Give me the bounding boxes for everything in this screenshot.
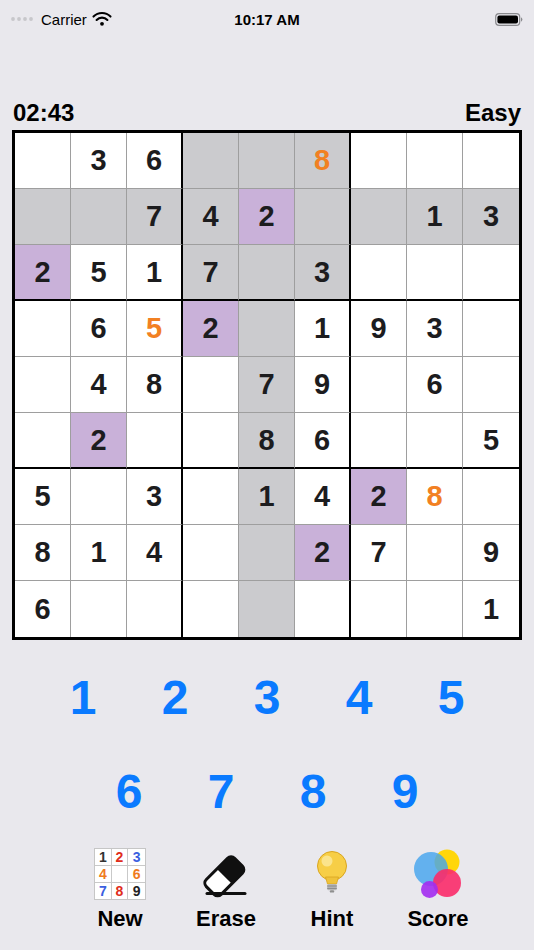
cell-r6c6[interactable]: 6 xyxy=(295,413,351,469)
cell-r4c5[interactable] xyxy=(239,301,295,357)
cell-r2c1[interactable] xyxy=(15,189,71,245)
cell-r5c8[interactable]: 6 xyxy=(407,357,463,413)
cell-r1c5[interactable] xyxy=(239,133,295,189)
cell-r5c4[interactable] xyxy=(183,357,239,413)
cell-r4c7[interactable]: 9 xyxy=(351,301,407,357)
battery-icon xyxy=(495,13,524,26)
erase-button-label: Erase xyxy=(196,906,256,932)
cell-r3c1[interactable]: 2 xyxy=(15,245,71,301)
cell-r3c5[interactable] xyxy=(239,245,295,301)
mini-grid-digit-9: 9 xyxy=(128,883,145,899)
cell-r9c3[interactable] xyxy=(127,581,183,637)
cell-r6c1[interactable] xyxy=(15,413,71,469)
cell-r2c5[interactable]: 2 xyxy=(239,189,295,245)
mini-grid-digit-8: 8 xyxy=(112,883,129,899)
mini-grid-digit-4: 4 xyxy=(95,866,112,883)
cell-r8c1[interactable]: 8 xyxy=(15,525,71,581)
cell-r5c9[interactable] xyxy=(463,357,519,413)
mini-grid-digit-1: 1 xyxy=(95,849,112,866)
numpad-key-5[interactable]: 5 xyxy=(436,672,466,724)
cell-r3c3[interactable]: 1 xyxy=(127,245,183,301)
cell-r8c9[interactable]: 9 xyxy=(463,525,519,581)
cell-r7c5[interactable]: 1 xyxy=(239,469,295,525)
cell-r8c2[interactable]: 1 xyxy=(71,525,127,581)
cell-r4c2[interactable]: 6 xyxy=(71,301,127,357)
cell-r4c8[interactable]: 3 xyxy=(407,301,463,357)
numpad: 1 2 3 4 5 6 7 8 9 xyxy=(0,672,534,818)
cell-r9c4[interactable] xyxy=(183,581,239,637)
clock: 10:17 AM xyxy=(234,11,299,28)
cell-r1c9[interactable] xyxy=(463,133,519,189)
signal-dots-icon xyxy=(10,14,36,24)
difficulty-label: Easy xyxy=(465,99,521,127)
eraser-icon xyxy=(198,846,254,902)
cell-r8c4[interactable] xyxy=(183,525,239,581)
cell-r5c1[interactable] xyxy=(15,357,71,413)
carrier-label: Carrier xyxy=(41,11,87,28)
cell-r5c5[interactable]: 7 xyxy=(239,357,295,413)
sudoku-board: 3687421325173652193487962865531428814279… xyxy=(12,130,522,640)
wifi-icon xyxy=(92,12,112,27)
cell-r9c9[interactable]: 1 xyxy=(463,581,519,637)
cell-r1c1[interactable] xyxy=(15,133,71,189)
cell-r7c2[interactable] xyxy=(71,469,127,525)
cell-r9c8[interactable] xyxy=(407,581,463,637)
mini-grid-digit-6: 6 xyxy=(128,866,145,883)
cell-r7c1[interactable]: 5 xyxy=(15,469,71,525)
cell-r2c6[interactable] xyxy=(295,189,351,245)
game-center-icon xyxy=(410,846,466,902)
cell-r2c9[interactable]: 3 xyxy=(463,189,519,245)
cell-r2c8[interactable]: 1 xyxy=(407,189,463,245)
new-button[interactable]: 12346789 New xyxy=(84,846,156,932)
cell-r5c7[interactable] xyxy=(351,357,407,413)
cell-r2c3[interactable]: 7 xyxy=(127,189,183,245)
cell-r7c4[interactable] xyxy=(183,469,239,525)
cell-r6c4[interactable] xyxy=(183,413,239,469)
cell-r9c7[interactable] xyxy=(351,581,407,637)
mini-grid-digit-3: 3 xyxy=(128,849,145,866)
cell-r6c7[interactable] xyxy=(351,413,407,469)
cell-r6c3[interactable] xyxy=(127,413,183,469)
cell-r1c4[interactable] xyxy=(183,133,239,189)
cell-r9c6[interactable] xyxy=(295,581,351,637)
numpad-key-9[interactable]: 9 xyxy=(390,766,420,818)
cell-r8c6[interactable]: 2 xyxy=(295,525,351,581)
mini-grid-digit-7: 7 xyxy=(95,883,112,899)
cell-r8c3[interactable]: 4 xyxy=(127,525,183,581)
numpad-row-2: 6 7 8 9 xyxy=(0,766,534,818)
cell-r3c6[interactable]: 3 xyxy=(295,245,351,301)
cell-r1c6[interactable]: 8 xyxy=(295,133,351,189)
numpad-key-2[interactable]: 2 xyxy=(160,672,190,724)
cell-r2c7[interactable] xyxy=(351,189,407,245)
mini-grid-digit-5 xyxy=(112,866,129,883)
cell-r7c6[interactable]: 4 xyxy=(295,469,351,525)
cell-r8c5[interactable] xyxy=(239,525,295,581)
status-bar: Carrier 10:17 AM xyxy=(0,0,534,34)
cell-r5c2[interactable]: 4 xyxy=(71,357,127,413)
numpad-key-7[interactable]: 7 xyxy=(206,766,236,818)
cell-r4c4[interactable]: 2 xyxy=(183,301,239,357)
cell-r2c2[interactable] xyxy=(71,189,127,245)
cell-r7c3[interactable]: 3 xyxy=(127,469,183,525)
score-button-label: Score xyxy=(407,906,468,932)
cell-r1c3[interactable]: 6 xyxy=(127,133,183,189)
cell-r2c4[interactable]: 4 xyxy=(183,189,239,245)
cell-r4c1[interactable] xyxy=(15,301,71,357)
cell-r1c7[interactable] xyxy=(351,133,407,189)
cell-r5c3[interactable]: 8 xyxy=(127,357,183,413)
cell-r6c5[interactable]: 8 xyxy=(239,413,295,469)
erase-button[interactable]: Erase xyxy=(190,846,262,932)
cell-r3c4[interactable]: 7 xyxy=(183,245,239,301)
game-header: 02:43 Easy xyxy=(13,99,521,127)
numpad-key-8[interactable]: 8 xyxy=(298,766,328,818)
cell-r3c7[interactable] xyxy=(351,245,407,301)
cell-r3c8[interactable] xyxy=(407,245,463,301)
lightbulb-icon xyxy=(304,846,360,902)
cell-r3c2[interactable]: 5 xyxy=(71,245,127,301)
numpad-key-3[interactable]: 3 xyxy=(252,672,282,724)
toolbar: 12346789 New Erase xyxy=(0,846,534,932)
numpad-key-1[interactable]: 1 xyxy=(68,672,98,724)
cell-r4c9[interactable] xyxy=(463,301,519,357)
cell-r7c7[interactable]: 2 xyxy=(351,469,407,525)
mini-grid-digit-2: 2 xyxy=(112,849,129,866)
cell-r3c9[interactable] xyxy=(463,245,519,301)
cell-r8c8[interactable] xyxy=(407,525,463,581)
new-button-label: New xyxy=(97,906,142,932)
cell-r9c2[interactable] xyxy=(71,581,127,637)
cell-r9c5[interactable] xyxy=(239,581,295,637)
cell-r5c6[interactable]: 9 xyxy=(295,357,351,413)
numpad-key-4[interactable]: 4 xyxy=(344,672,374,724)
numpad-key-6[interactable]: 6 xyxy=(114,766,144,818)
cell-r9c1[interactable]: 6 xyxy=(15,581,71,637)
cell-r4c6[interactable]: 1 xyxy=(295,301,351,357)
cell-r1c2[interactable]: 3 xyxy=(71,133,127,189)
numpad-row-1: 1 2 3 4 5 xyxy=(0,672,534,724)
cell-r7c9[interactable] xyxy=(463,469,519,525)
cell-r6c9[interactable]: 5 xyxy=(463,413,519,469)
cell-r4c3[interactable]: 5 xyxy=(127,301,183,357)
hint-button[interactable]: Hint xyxy=(296,846,368,932)
hint-button-label: Hint xyxy=(311,906,354,932)
cell-r6c8[interactable] xyxy=(407,413,463,469)
timer-label: 02:43 xyxy=(13,99,74,127)
score-button[interactable]: Score xyxy=(402,846,474,932)
cell-r6c2[interactable]: 2 xyxy=(71,413,127,469)
cell-r8c7[interactable]: 7 xyxy=(351,525,407,581)
cell-r7c8[interactable]: 8 xyxy=(407,469,463,525)
cell-r1c8[interactable] xyxy=(407,133,463,189)
new-puzzle-grid-icon: 12346789 xyxy=(94,848,146,900)
